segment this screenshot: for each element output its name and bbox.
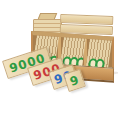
card-stack-right [86,39,111,67]
card-digits: 9 [68,73,81,87]
card-stack-middle [60,37,85,65]
product-photo-montessori-number-cards: 9000 900 90 9 [0,0,118,118]
green-digit-top [95,59,106,68]
flat-card [60,14,113,25]
